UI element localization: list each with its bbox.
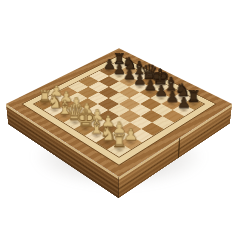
square-e4 bbox=[108, 104, 129, 116]
chess-box: ♜♞♝♛♚♝♞♜♟♟♟♟♟♟♟♟♟♟♟♟♟♟♟♟♜♞♝♛♚♝♞♜ bbox=[6, 48, 232, 177]
board-surface: ♜♞♝♛♚♝♞♜♟♟♟♟♟♟♟♟♟♟♟♟♟♟♟♟♜♞♝♛♚♝♞♜ bbox=[6, 48, 232, 177]
piece-black-bishop: ♝ bbox=[159, 76, 182, 93]
chess-set-photo: ♜♞♝♛♚♝♞♜♟♟♟♟♟♟♟♟♟♟♟♟♟♟♟♟♜♞♝♛♚♝♞♜ bbox=[0, 0, 238, 238]
square-a4 bbox=[68, 81, 88, 92]
scene: ♜♞♝♛♚♝♞♜♟♟♟♟♟♟♟♟♟♟♟♟♟♟♟♟♜♞♝♛♚♝♞♜ bbox=[0, 0, 238, 238]
piece-black-rook: ♜ bbox=[108, 53, 130, 66]
